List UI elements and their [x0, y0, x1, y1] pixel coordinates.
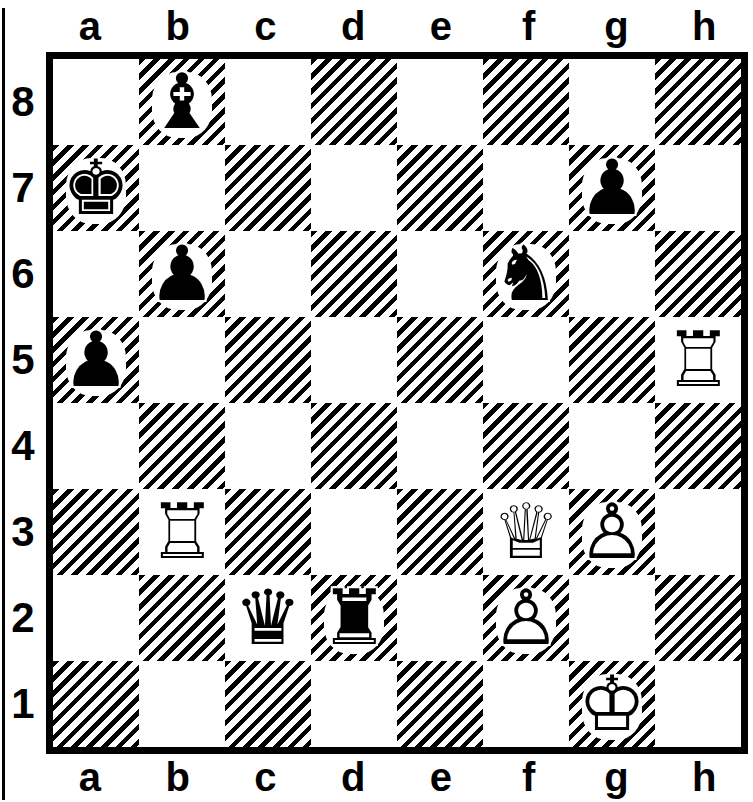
black-pawn: ♟	[139, 231, 225, 317]
rank-labels-left: 87654321	[0, 52, 46, 754]
white-pawn: ♙	[483, 575, 569, 661]
square-h7	[655, 145, 741, 231]
rank-label-6: 6	[11, 250, 34, 298]
square-a1	[53, 661, 139, 747]
file-label-a: a	[79, 4, 101, 49]
square-g6	[569, 231, 655, 317]
square-d1	[311, 661, 397, 747]
square-a6	[53, 231, 139, 317]
black-pawn: ♟	[53, 317, 139, 403]
square-g4	[569, 403, 655, 489]
file-label-b: b	[165, 4, 189, 49]
white-pawn: ♙	[569, 489, 655, 575]
square-f5	[483, 317, 569, 403]
square-b8: ♝	[139, 59, 225, 145]
square-a2	[53, 575, 139, 661]
square-g8	[569, 59, 655, 145]
square-f8	[483, 59, 569, 145]
square-d3	[311, 489, 397, 575]
square-e1	[397, 661, 483, 747]
square-e8	[397, 59, 483, 145]
square-a8	[53, 59, 139, 145]
square-f7	[483, 145, 569, 231]
file-label-c: c	[254, 4, 276, 49]
square-g7: ♟	[569, 145, 655, 231]
chess-diagram-page: abcdefgh 87654321 ♝♚♟♟♞♟♖♖♕♙♛♜♙♔ abcdefg…	[0, 0, 753, 802]
square-h2	[655, 575, 741, 661]
square-f6: ♞	[483, 231, 569, 317]
square-h8	[655, 59, 741, 145]
square-e5	[397, 317, 483, 403]
square-e7	[397, 145, 483, 231]
square-g3: ♙	[569, 489, 655, 575]
square-c2: ♛	[225, 575, 311, 661]
rank-label-1: 1	[11, 680, 34, 728]
black-knight: ♞	[483, 231, 569, 317]
white-queen: ♕	[483, 489, 569, 575]
file-label-e: e	[430, 755, 452, 800]
square-b1	[139, 661, 225, 747]
rank-label-7: 7	[11, 164, 34, 212]
square-c4	[225, 403, 311, 489]
square-a4	[53, 403, 139, 489]
square-b5	[139, 317, 225, 403]
square-g1: ♔	[569, 661, 655, 747]
square-c1	[225, 661, 311, 747]
white-king: ♔	[569, 661, 655, 747]
file-label-a: a	[79, 755, 101, 800]
file-label-d: d	[341, 755, 365, 800]
file-label-b: b	[165, 755, 189, 800]
file-label-f: f	[522, 755, 535, 800]
black-bishop: ♝	[139, 59, 225, 145]
rank-label-4: 4	[11, 422, 34, 470]
rank-label-8: 8	[11, 78, 34, 126]
square-d8	[311, 59, 397, 145]
file-label-g: g	[604, 4, 628, 49]
square-g5	[569, 317, 655, 403]
square-d7	[311, 145, 397, 231]
white-rook: ♖	[655, 317, 741, 403]
square-b4	[139, 403, 225, 489]
file-label-g: g	[604, 755, 628, 800]
square-h6	[655, 231, 741, 317]
square-e4	[397, 403, 483, 489]
square-b3: ♖	[139, 489, 225, 575]
file-label-d: d	[341, 4, 365, 49]
square-c8	[225, 59, 311, 145]
square-d4	[311, 403, 397, 489]
square-c5	[225, 317, 311, 403]
black-pawn: ♟	[569, 145, 655, 231]
square-h4	[655, 403, 741, 489]
square-b6: ♟	[139, 231, 225, 317]
file-label-h: h	[692, 755, 716, 800]
square-d5	[311, 317, 397, 403]
square-e2	[397, 575, 483, 661]
square-h5: ♖	[655, 317, 741, 403]
square-h1	[655, 661, 741, 747]
square-f3: ♕	[483, 489, 569, 575]
file-labels-bottom: abcdefgh	[46, 752, 748, 802]
square-b2	[139, 575, 225, 661]
square-f1	[483, 661, 569, 747]
file-label-e: e	[430, 4, 452, 49]
square-c6	[225, 231, 311, 317]
square-a3	[53, 489, 139, 575]
square-e6	[397, 231, 483, 317]
square-d6	[311, 231, 397, 317]
rank-label-5: 5	[11, 336, 34, 384]
square-h3	[655, 489, 741, 575]
square-f4	[483, 403, 569, 489]
file-label-f: f	[522, 4, 535, 49]
square-c7	[225, 145, 311, 231]
file-label-h: h	[692, 4, 716, 49]
white-rook: ♖	[139, 489, 225, 575]
chess-board: ♝♚♟♟♞♟♖♖♕♙♛♜♙♔	[46, 52, 748, 754]
square-c3	[225, 489, 311, 575]
square-e3	[397, 489, 483, 575]
square-d2: ♜	[311, 575, 397, 661]
black-king: ♚	[53, 145, 139, 231]
square-g2	[569, 575, 655, 661]
black-rook: ♜	[311, 575, 397, 661]
square-f2: ♙	[483, 575, 569, 661]
black-queen: ♛	[225, 575, 311, 661]
square-b7	[139, 145, 225, 231]
rank-label-2: 2	[11, 594, 34, 642]
file-label-c: c	[254, 755, 276, 800]
rank-label-3: 3	[11, 508, 34, 556]
square-a5: ♟	[53, 317, 139, 403]
file-labels-top: abcdefgh	[46, 0, 748, 52]
square-a7: ♚	[53, 145, 139, 231]
